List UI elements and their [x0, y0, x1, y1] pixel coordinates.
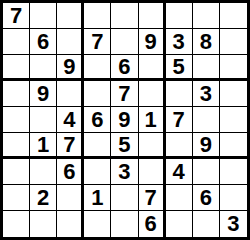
cell-r5c1-empty[interactable] [3, 107, 30, 133]
cell-r8c3-empty[interactable] [57, 185, 84, 211]
cell-r9c6-given: 6 [139, 211, 166, 237]
cell-r7c3-given: 6 [57, 159, 84, 185]
cell-r8c2-given: 2 [30, 185, 57, 211]
cell-r3c6-empty[interactable] [139, 55, 166, 81]
cell-r1c5-empty[interactable] [111, 3, 138, 29]
cell-r5c7-given: 7 [166, 107, 193, 133]
cell-r1c7-empty[interactable] [166, 3, 193, 29]
cell-r9c2-empty[interactable] [30, 211, 57, 237]
cell-r8c1-empty[interactable] [3, 185, 30, 211]
cell-r7c1-empty[interactable] [3, 159, 30, 185]
cell-r2c1-empty[interactable] [3, 29, 30, 55]
cell-r2c7-given: 3 [166, 29, 193, 55]
cell-r9c3-empty[interactable] [57, 211, 84, 237]
cell-r1c3-empty[interactable] [57, 3, 84, 29]
cell-r9c4-empty[interactable] [84, 211, 111, 237]
cell-r5c8-empty[interactable] [193, 107, 220, 133]
cell-r6c2-given: 1 [30, 133, 57, 159]
cell-r6c3-given: 7 [57, 133, 84, 159]
cell-r5c2-empty[interactable] [30, 107, 57, 133]
cell-r5c5-given: 9 [111, 107, 138, 133]
cell-r1c2-empty[interactable] [30, 3, 57, 29]
cell-r8c6-given: 7 [139, 185, 166, 211]
cell-r2c8-given: 8 [193, 29, 220, 55]
cell-r4c5-given: 7 [111, 81, 138, 107]
cell-r9c8-empty[interactable] [193, 211, 220, 237]
cell-r7c6-empty[interactable] [139, 159, 166, 185]
cell-r8c9-empty[interactable] [220, 185, 247, 211]
cell-r6c4-empty[interactable] [84, 133, 111, 159]
cell-r4c7-empty[interactable] [166, 81, 193, 107]
cell-r8c4-given: 1 [84, 185, 111, 211]
cell-r5c4-given: 6 [84, 107, 111, 133]
cell-r7c9-empty[interactable] [220, 159, 247, 185]
cell-r8c5-empty[interactable] [111, 185, 138, 211]
cell-r2c3-empty[interactable] [57, 29, 84, 55]
cell-r5c3-given: 4 [57, 107, 84, 133]
cell-r2c5-empty[interactable] [111, 29, 138, 55]
cell-r9c5-empty[interactable] [111, 211, 138, 237]
cell-r7c7-given: 4 [166, 159, 193, 185]
cell-r2c9-empty[interactable] [220, 29, 247, 55]
cell-r8c7-empty[interactable] [166, 185, 193, 211]
sudoku-board: 767938965973469171759634217663 [0, 0, 250, 240]
cell-r4c2-given: 9 [30, 81, 57, 107]
cell-r7c4-empty[interactable] [84, 159, 111, 185]
cell-r6c6-empty[interactable] [139, 133, 166, 159]
cell-r8c8-given: 6 [193, 185, 220, 211]
cell-r3c7-given: 5 [166, 55, 193, 81]
cell-r5c6-given: 1 [139, 107, 166, 133]
cell-r9c7-empty[interactable] [166, 211, 193, 237]
cell-r1c4-empty[interactable] [84, 3, 111, 29]
cell-r4c4-empty[interactable] [84, 81, 111, 107]
cell-r6c1-empty[interactable] [3, 133, 30, 159]
cell-r5c9-empty[interactable] [220, 107, 247, 133]
cell-r9c9-given: 3 [220, 211, 247, 237]
cell-r3c3-given: 9 [57, 55, 84, 81]
cell-r1c8-empty[interactable] [193, 3, 220, 29]
cell-r6c8-given: 9 [193, 133, 220, 159]
cell-r6c5-given: 5 [111, 133, 138, 159]
cell-r2c6-given: 9 [139, 29, 166, 55]
cell-r4c6-empty[interactable] [139, 81, 166, 107]
cell-r3c5-given: 6 [111, 55, 138, 81]
cell-r3c8-empty[interactable] [193, 55, 220, 81]
cell-r7c5-given: 3 [111, 159, 138, 185]
cell-r3c1-empty[interactable] [3, 55, 30, 81]
cell-r3c9-empty[interactable] [220, 55, 247, 81]
cell-r3c2-empty[interactable] [30, 55, 57, 81]
cell-r6c7-empty[interactable] [166, 133, 193, 159]
cell-r3c4-empty[interactable] [84, 55, 111, 81]
cell-r9c1-empty[interactable] [3, 211, 30, 237]
cell-r7c8-empty[interactable] [193, 159, 220, 185]
cell-r1c9-empty[interactable] [220, 3, 247, 29]
cell-r6c9-empty[interactable] [220, 133, 247, 159]
cell-r4c1-empty[interactable] [3, 81, 30, 107]
cell-r4c3-empty[interactable] [57, 81, 84, 107]
cell-r2c2-given: 6 [30, 29, 57, 55]
cell-r1c1-given: 7 [3, 3, 30, 29]
cell-r1c6-empty[interactable] [139, 3, 166, 29]
cell-r7c2-empty[interactable] [30, 159, 57, 185]
cell-r2c4-given: 7 [84, 29, 111, 55]
cell-r4c9-empty[interactable] [220, 81, 247, 107]
cell-r4c8-given: 3 [193, 81, 220, 107]
